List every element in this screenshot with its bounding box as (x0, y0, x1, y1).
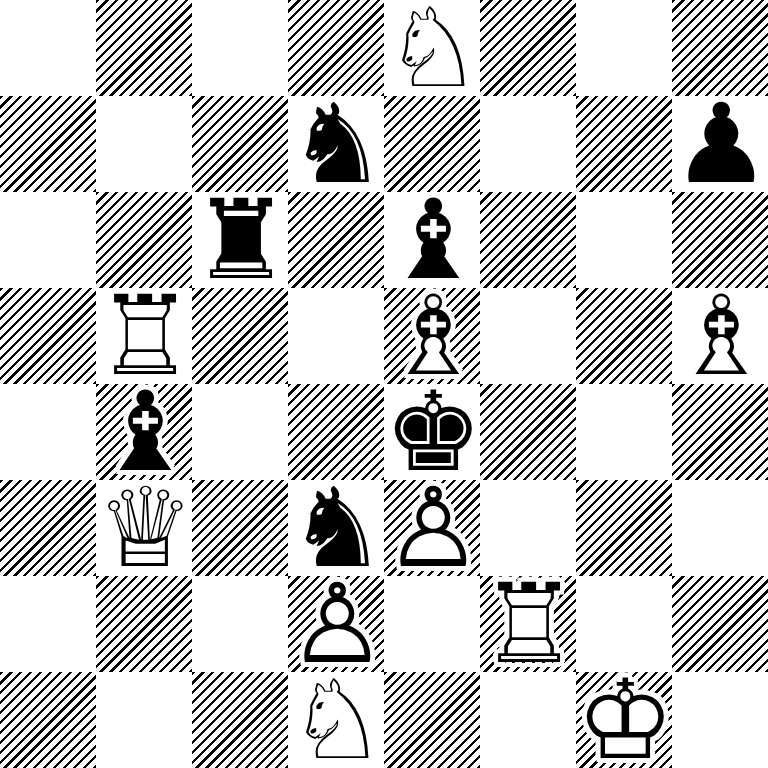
square-h2[interactable] (672, 576, 768, 672)
piece-black-rook[interactable]: ♜♜ (192, 192, 288, 288)
piece-white-king[interactable]: ♚♔ (576, 672, 672, 768)
square-a8[interactable] (0, 0, 96, 96)
square-f6[interactable] (480, 192, 576, 288)
piece-face-glyph: ♟ (672, 96, 768, 192)
square-d1[interactable]: ♞♘ (288, 672, 384, 768)
square-a1[interactable] (0, 672, 96, 768)
piece-face-glyph: ♕ (96, 480, 192, 576)
square-c3[interactable] (192, 480, 288, 576)
square-c4[interactable] (192, 384, 288, 480)
square-f2[interactable]: ♜♖ (480, 576, 576, 672)
piece-white-knight[interactable]: ♞♘ (288, 672, 384, 768)
square-b1[interactable] (96, 672, 192, 768)
square-f1[interactable] (480, 672, 576, 768)
piece-black-pawn[interactable]: ♟♟ (672, 96, 768, 192)
square-b7[interactable] (96, 96, 192, 192)
square-c8[interactable] (192, 0, 288, 96)
square-h1[interactable] (672, 672, 768, 768)
square-e1[interactable] (384, 672, 480, 768)
square-a4[interactable] (0, 384, 96, 480)
piece-white-bishop[interactable]: ♝♗ (672, 288, 768, 384)
square-g8[interactable] (576, 0, 672, 96)
square-c6[interactable]: ♜♜ (192, 192, 288, 288)
square-c1[interactable] (192, 672, 288, 768)
square-g5[interactable] (576, 288, 672, 384)
square-c2[interactable] (192, 576, 288, 672)
piece-black-knight[interactable]: ♞♞ (288, 96, 384, 192)
piece-face-glyph: ♗ (672, 288, 768, 384)
square-e8[interactable]: ♞♘ (384, 0, 480, 96)
square-d5[interactable] (288, 288, 384, 384)
square-g4[interactable] (576, 384, 672, 480)
piece-face-glyph: ♘ (288, 672, 384, 768)
piece-face-glyph: ♙ (384, 480, 480, 576)
square-b2[interactable] (96, 576, 192, 672)
piece-white-knight[interactable]: ♞♘ (384, 0, 480, 96)
piece-white-queen[interactable]: ♛♕ (96, 480, 192, 576)
square-f4[interactable] (480, 384, 576, 480)
square-f8[interactable] (480, 0, 576, 96)
square-h7[interactable]: ♟♟ (672, 96, 768, 192)
square-f5[interactable] (480, 288, 576, 384)
square-h5[interactable]: ♝♗ (672, 288, 768, 384)
square-h4[interactable] (672, 384, 768, 480)
square-a7[interactable] (0, 96, 96, 192)
piece-white-pawn[interactable]: ♟♙ (384, 480, 480, 576)
square-e2[interactable] (384, 576, 480, 672)
square-g3[interactable] (576, 480, 672, 576)
piece-face-glyph: ♜ (192, 192, 288, 288)
square-d7[interactable]: ♞♞ (288, 96, 384, 192)
square-a2[interactable] (0, 576, 96, 672)
square-b3[interactable]: ♛♕ (96, 480, 192, 576)
square-a6[interactable] (0, 192, 96, 288)
square-f7[interactable] (480, 96, 576, 192)
chess-board: ♞♘♞♞♟♟♜♜♝♝♜♖♝♗♝♗♝♝♚♚♛♕♞♞♟♙♟♙♜♖♞♘♚♔ (0, 0, 768, 768)
square-g7[interactable] (576, 96, 672, 192)
piece-face-glyph: ♞ (288, 96, 384, 192)
piece-face-glyph: ♖ (480, 576, 576, 672)
square-c5[interactable] (192, 288, 288, 384)
square-d6[interactable] (288, 192, 384, 288)
square-h3[interactable] (672, 480, 768, 576)
piece-white-rook[interactable]: ♜♖ (480, 576, 576, 672)
square-g1[interactable]: ♚♔ (576, 672, 672, 768)
square-b8[interactable] (96, 0, 192, 96)
square-e3[interactable]: ♟♙ (384, 480, 480, 576)
square-a3[interactable] (0, 480, 96, 576)
square-g6[interactable] (576, 192, 672, 288)
piece-face-glyph: ♔ (576, 672, 672, 768)
square-a5[interactable] (0, 288, 96, 384)
piece-face-glyph: ♘ (384, 0, 480, 96)
